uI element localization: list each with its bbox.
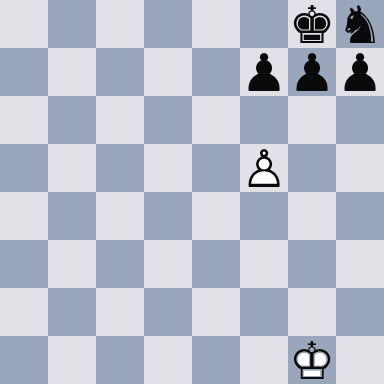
square-h7[interactable]: ♟ — [336, 48, 384, 96]
square-e4[interactable] — [192, 192, 240, 240]
square-d7[interactable] — [144, 48, 192, 96]
square-f8[interactable] — [240, 0, 288, 48]
square-f6[interactable] — [240, 96, 288, 144]
square-g4[interactable] — [288, 192, 336, 240]
black-pawn-glyph: ♟ — [288, 49, 336, 96]
white-pawn-outline: ♙ — [240, 145, 288, 192]
square-f3[interactable] — [240, 240, 288, 288]
square-b2[interactable] — [48, 288, 96, 336]
square-e8[interactable] — [192, 0, 240, 48]
square-b5[interactable] — [48, 144, 96, 192]
square-c6[interactable] — [96, 96, 144, 144]
square-b8[interactable] — [48, 0, 96, 48]
black-king-glyph: ♚ — [288, 1, 336, 48]
square-f5[interactable]: ♟♙ — [240, 144, 288, 192]
square-g8[interactable]: ♚ — [288, 0, 336, 48]
square-e7[interactable] — [192, 48, 240, 96]
square-a2[interactable] — [0, 288, 48, 336]
square-b4[interactable] — [48, 192, 96, 240]
black-pawn[interactable]: ♟ — [336, 48, 384, 96]
black-knight-glyph: ♞ — [336, 1, 384, 48]
square-h1[interactable] — [336, 336, 384, 384]
square-h4[interactable] — [336, 192, 384, 240]
black-pawn-glyph: ♟ — [336, 49, 384, 96]
black-knight[interactable]: ♞ — [336, 0, 384, 48]
square-b7[interactable] — [48, 48, 96, 96]
square-g6[interactable] — [288, 96, 336, 144]
square-c8[interactable] — [96, 0, 144, 48]
square-g3[interactable] — [288, 240, 336, 288]
square-h8[interactable]: ♞ — [336, 0, 384, 48]
square-g5[interactable] — [288, 144, 336, 192]
square-a5[interactable] — [0, 144, 48, 192]
square-d5[interactable] — [144, 144, 192, 192]
square-e1[interactable] — [192, 336, 240, 384]
square-a3[interactable] — [0, 240, 48, 288]
square-h6[interactable] — [336, 96, 384, 144]
white-king-outline: ♔ — [288, 337, 336, 384]
square-e3[interactable] — [192, 240, 240, 288]
square-d1[interactable] — [144, 336, 192, 384]
square-c1[interactable] — [96, 336, 144, 384]
black-pawn[interactable]: ♟ — [288, 48, 336, 96]
square-f7[interactable]: ♟ — [240, 48, 288, 96]
square-e5[interactable] — [192, 144, 240, 192]
square-h5[interactable] — [336, 144, 384, 192]
square-g2[interactable] — [288, 288, 336, 336]
square-d2[interactable] — [144, 288, 192, 336]
white-king[interactable]: ♚♔ — [288, 336, 336, 384]
square-c7[interactable] — [96, 48, 144, 96]
square-c3[interactable] — [96, 240, 144, 288]
square-e2[interactable] — [192, 288, 240, 336]
square-d8[interactable] — [144, 0, 192, 48]
square-b6[interactable] — [48, 96, 96, 144]
black-pawn-glyph: ♟ — [240, 49, 288, 96]
square-b1[interactable] — [48, 336, 96, 384]
square-h3[interactable] — [336, 240, 384, 288]
square-c4[interactable] — [96, 192, 144, 240]
chess-board: ♚♞♟♟♟♟♙♚♔ — [0, 0, 384, 384]
square-g1[interactable]: ♚♔ — [288, 336, 336, 384]
square-d6[interactable] — [144, 96, 192, 144]
square-c2[interactable] — [96, 288, 144, 336]
white-pawn[interactable]: ♟♙ — [240, 144, 288, 192]
square-f2[interactable] — [240, 288, 288, 336]
square-d3[interactable] — [144, 240, 192, 288]
square-a8[interactable] — [0, 0, 48, 48]
square-a1[interactable] — [0, 336, 48, 384]
square-f1[interactable] — [240, 336, 288, 384]
square-h2[interactable] — [336, 288, 384, 336]
square-d4[interactable] — [144, 192, 192, 240]
square-g7[interactable]: ♟ — [288, 48, 336, 96]
square-b3[interactable] — [48, 240, 96, 288]
square-c5[interactable] — [96, 144, 144, 192]
square-a7[interactable] — [0, 48, 48, 96]
square-a6[interactable] — [0, 96, 48, 144]
square-a4[interactable] — [0, 192, 48, 240]
square-e6[interactable] — [192, 96, 240, 144]
square-f4[interactable] — [240, 192, 288, 240]
black-king[interactable]: ♚ — [288, 0, 336, 48]
black-pawn[interactable]: ♟ — [240, 48, 288, 96]
